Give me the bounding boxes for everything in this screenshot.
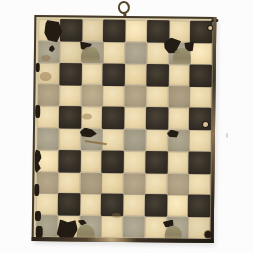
board-cell-r7c2 (58, 150, 80, 172)
board-cell-r7c5 (124, 152, 144, 172)
board-cell-r2c1 (38, 41, 59, 62)
board-cell-r7c8 (189, 151, 211, 173)
board-cell-r6c2 (60, 129, 80, 149)
board-cell-r3c3 (82, 64, 102, 84)
board-cell-r2c4 (104, 43, 124, 63)
board-cell-r5c7 (169, 109, 189, 129)
board-cell-r9c6 (144, 194, 166, 216)
board-cell-r6c3 (81, 129, 102, 150)
board-cell-r8c7 (167, 174, 188, 195)
board-cell-r6c8 (190, 131, 210, 151)
board-cell-r9c2 (58, 193, 80, 215)
board-cell-r3c7 (169, 65, 189, 85)
board-bottom-edge (32, 237, 214, 243)
board-cell-r6c4 (103, 130, 123, 150)
board-cell-r8c6 (146, 174, 166, 194)
board-cell-r5c2 (59, 106, 81, 128)
board-cell-r1c2 (60, 19, 82, 41)
board-cell-r8c4 (102, 173, 122, 193)
board-cell-r1c5 (126, 21, 146, 41)
board-cell-r1c6 (147, 20, 169, 42)
board-cell-r8c3 (80, 172, 101, 193)
board-right-edge (211, 17, 217, 243)
board-cell-r4c8 (191, 87, 211, 107)
board-cell-r8c8 (189, 174, 209, 194)
board-cell-r10c1 (36, 216, 57, 237)
board-cell-r3c8 (190, 64, 212, 86)
photo-scene (0, 0, 253, 253)
board-cell-r3c2 (59, 63, 81, 85)
board-cell-r6c1 (37, 128, 58, 149)
board-cell-r7c1 (37, 151, 57, 171)
board-cell-r10c8 (189, 218, 209, 238)
board-cell-r1c4 (103, 20, 125, 42)
checkerboard-grid (37, 20, 212, 238)
dust-speck (226, 133, 228, 138)
board-cell-r10c3 (80, 216, 101, 237)
board-cell-r7c6 (145, 151, 167, 173)
board-cell-r10c7 (167, 217, 188, 238)
board-cell-r2c2 (61, 42, 81, 62)
board-cell-r10c5 (123, 217, 144, 238)
board-cell-r9c4 (101, 194, 123, 216)
board-cell-r9c7 (167, 196, 187, 216)
board-cell-r5c8 (189, 108, 211, 130)
board-cell-r7c3 (81, 151, 101, 171)
board-cell-r3c5 (126, 65, 146, 85)
board-cell-r7c7 (168, 152, 188, 172)
board-cell-r5c5 (125, 108, 145, 128)
board-cell-r2c7 (169, 43, 190, 64)
board-cell-r3c1 (39, 64, 59, 84)
board-cell-r5c3 (82, 108, 102, 128)
board-cell-r5c6 (146, 107, 168, 129)
board-cell-r4c2 (60, 86, 80, 106)
board-cell-r7c4 (102, 150, 124, 172)
board-cell-r1c3 (83, 20, 103, 40)
board-cell-r2c3 (82, 42, 103, 63)
board-cell-r4c1 (38, 85, 59, 106)
board-cell-r8c1 (37, 172, 58, 193)
board-cell-r8c2 (59, 173, 79, 193)
board-cell-r4c5 (125, 86, 146, 107)
board-cell-r2c8 (191, 44, 211, 64)
board-cell-r6c6 (146, 130, 166, 150)
board-cell-r9c8 (188, 195, 210, 217)
board-cell-r9c3 (80, 195, 100, 215)
board-cell-r10c4 (102, 217, 122, 237)
board-cell-r4c6 (147, 87, 167, 107)
board-cell-r6c7 (168, 130, 189, 151)
game-board (32, 15, 217, 243)
board-cell-r4c7 (168, 86, 189, 107)
board-cell-r5c1 (38, 107, 58, 127)
board-cell-r4c4 (104, 86, 124, 106)
board-cell-r1c1 (39, 20, 59, 40)
board-cell-r3c4 (103, 63, 125, 85)
board-cell-r2c5 (125, 42, 146, 63)
board-cell-r1c7 (170, 22, 190, 42)
board-cell-r1c8 (190, 21, 212, 43)
board-cell-r4c3 (81, 85, 102, 106)
board-cell-r9c1 (37, 194, 57, 214)
board-cell-r10c6 (145, 217, 165, 237)
board-cell-r8c5 (124, 173, 145, 194)
board-cell-r9c5 (124, 195, 144, 215)
board-cell-r10c2 (58, 216, 78, 236)
board-cell-r6c5 (124, 129, 145, 150)
board-cell-r5c4 (102, 107, 124, 129)
board-cell-r3c6 (146, 64, 168, 86)
board-cell-r2c6 (148, 43, 168, 63)
